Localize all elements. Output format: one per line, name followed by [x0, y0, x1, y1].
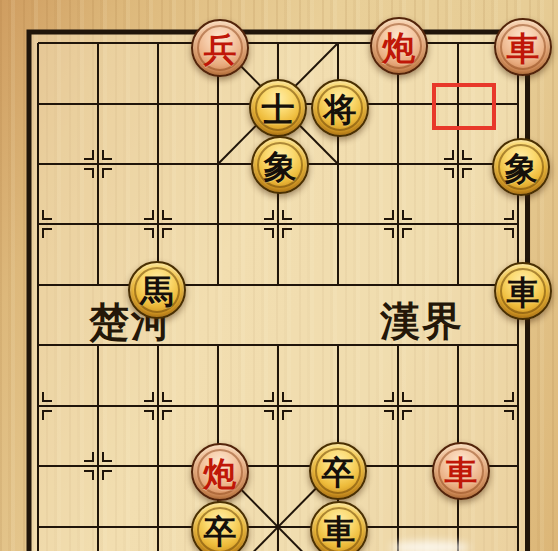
last-move-marker — [432, 83, 496, 130]
piece-glyph: 兵 — [204, 33, 237, 66]
piece-black-chariot[interactable]: 車 — [494, 262, 552, 320]
xiangqi-app: 楚河 漢界 兵炮車士将象象馬車炮卒車卒車 — [0, 0, 558, 551]
piece-glyph: 象 — [505, 152, 538, 185]
piece-black-general[interactable]: 将 — [311, 79, 369, 137]
piece-glyph: 炮 — [383, 31, 416, 64]
piece-red-soldier[interactable]: 兵 — [191, 19, 249, 77]
piece-glyph: 卒 — [322, 456, 355, 489]
piece-glyph: 炮 — [204, 457, 237, 490]
piece-glyph: 車 — [507, 32, 540, 65]
piece-glyph: 車 — [507, 276, 540, 309]
piece-black-horse[interactable]: 馬 — [128, 261, 186, 319]
river-label-right: 漢界 — [380, 294, 464, 349]
piece-red-chariot[interactable]: 車 — [432, 442, 490, 500]
piece-glyph: 象 — [264, 150, 297, 183]
piece-glyph: 将 — [324, 93, 357, 126]
piece-glyph: 車 — [445, 456, 478, 489]
piece-black-soldier[interactable]: 卒 — [309, 442, 367, 500]
piece-red-cannon[interactable]: 炮 — [191, 443, 249, 501]
piece-glyph: 車 — [323, 515, 356, 548]
bottom-highlight-glow — [390, 541, 470, 551]
piece-black-advisor[interactable]: 士 — [249, 79, 307, 137]
piece-black-chariot[interactable]: 車 — [310, 501, 368, 551]
piece-black-elephant[interactable]: 象 — [251, 136, 309, 194]
piece-glyph: 馬 — [141, 275, 174, 308]
piece-red-cannon[interactable]: 炮 — [370, 17, 428, 75]
piece-black-soldier[interactable]: 卒 — [191, 501, 249, 551]
piece-glyph: 士 — [262, 93, 295, 126]
piece-red-chariot[interactable]: 車 — [494, 18, 552, 76]
piece-black-elephant[interactable]: 象 — [492, 138, 550, 196]
piece-glyph: 卒 — [204, 515, 237, 548]
